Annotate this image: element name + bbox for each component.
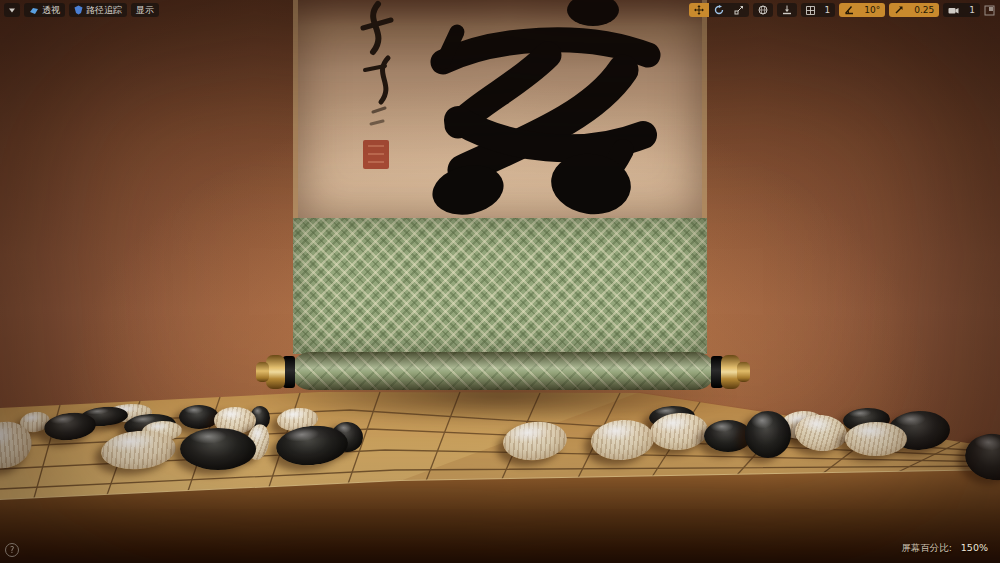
maximize-icon [984, 5, 995, 16]
maximize-viewport-button[interactable] [984, 5, 995, 16]
path-tracing-button[interactable]: 路径追踪 [69, 3, 127, 17]
perspective-label: 透视 [42, 3, 60, 17]
black-go-stone [745, 411, 791, 458]
viewport-options-dropdown[interactable] [4, 3, 20, 17]
rotate-tool-button[interactable] [709, 3, 729, 17]
editor-viewport[interactable]: 玄 透视 路径追踪 显示 [0, 0, 1000, 563]
white-go-stone [590, 418, 656, 462]
surface-snap-icon [782, 5, 792, 15]
black-go-stone [962, 430, 1000, 484]
perspective-icon [29, 6, 39, 15]
camera-icon [948, 6, 959, 15]
move-tool-button[interactable] [689, 3, 709, 17]
scale-snap-value-button[interactable]: 0.25 [909, 3, 939, 17]
show-label: 显示 [136, 3, 154, 17]
help-icon[interactable]: ? [5, 543, 19, 557]
rotation-snap-value-button[interactable]: 10° [859, 3, 885, 17]
white-go-stone [99, 428, 177, 472]
show-button[interactable]: 显示 [131, 3, 159, 17]
scale-snap-value: 0.25 [914, 3, 934, 17]
rotation-snap-value: 10° [864, 3, 880, 17]
grid-snap-value-button[interactable]: 1 [820, 3, 836, 17]
path-tracing-label: 路径追踪 [86, 3, 122, 17]
scale-snap-toggle[interactable] [889, 3, 909, 17]
scale-icon [734, 5, 744, 15]
viewport-toolbar-right: 1 10° 0.25 1 [689, 3, 980, 17]
move-icon [694, 5, 704, 15]
grid-snap-icon [806, 6, 815, 15]
screen-percentage-value: 150% [961, 542, 988, 553]
white-go-stone [793, 412, 848, 453]
scale-tool-button[interactable] [729, 3, 749, 17]
screen-percentage-label: 屏幕百分比: [901, 542, 952, 553]
surface-snap-button[interactable] [777, 3, 797, 17]
camera-speed-value-button[interactable]: 1 [964, 3, 980, 17]
angle-snap-icon [844, 5, 854, 15]
grid-snap-toggle[interactable] [801, 3, 820, 17]
viewport-toolbar-left: 透视 路径追踪 显示 [4, 3, 159, 17]
black-go-stone [43, 410, 98, 442]
camera-speed-value: 1 [969, 3, 975, 17]
world-space-toggle[interactable] [753, 3, 773, 17]
perspective-button[interactable]: 透视 [24, 3, 65, 17]
stones-layer [0, 0, 1000, 563]
white-go-stone [501, 419, 569, 463]
grid-snap-value: 1 [825, 3, 831, 17]
globe-icon [758, 5, 768, 15]
camera-speed-button[interactable] [943, 3, 964, 17]
path-tracing-icon [74, 5, 83, 15]
scale-snap-icon [894, 5, 904, 15]
caret-down-icon [8, 6, 16, 14]
black-go-stone [179, 405, 219, 429]
white-go-stone [845, 422, 907, 456]
screen-percentage-status: 屏幕百分比:150% [901, 542, 988, 555]
rotate-icon [714, 5, 724, 15]
black-go-stone [180, 428, 256, 470]
rotation-snap-toggle[interactable] [839, 3, 859, 17]
